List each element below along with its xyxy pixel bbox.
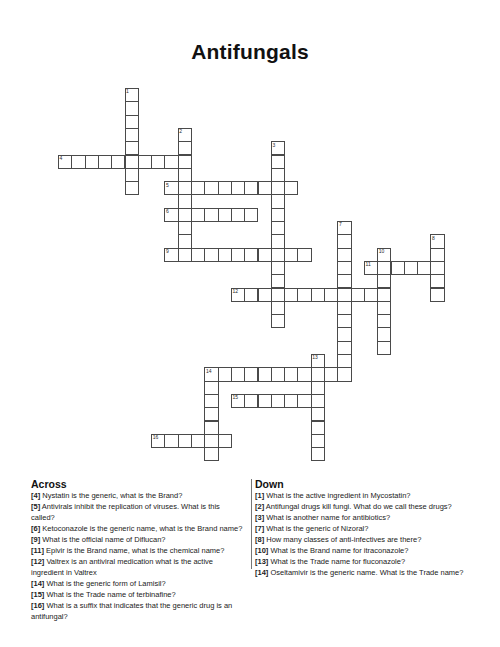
clue-number: [11]: [31, 546, 44, 555]
cell-number: 5: [166, 183, 169, 188]
grid-cell[interactable]: [125, 128, 139, 142]
grid-cell[interactable]: [311, 288, 325, 302]
grid-cell[interactable]: [244, 288, 258, 302]
cell-number: 11: [366, 262, 371, 267]
grid-cell[interactable]: [191, 434, 205, 448]
grid-cell[interactable]: [125, 168, 139, 182]
grid-cell[interactable]: [218, 208, 232, 222]
clue-number: [5]: [31, 502, 40, 511]
grid-cell[interactable]: [271, 301, 285, 315]
grid-cell[interactable]: [191, 181, 205, 195]
grid-cell[interactable]: [311, 381, 325, 395]
grid-cell[interactable]: [337, 314, 351, 328]
grid-cell[interactable]: [430, 248, 444, 262]
clue-number: [12]: [31, 557, 44, 566]
grid-cell[interactable]: [271, 168, 285, 182]
grid-cell[interactable]: [311, 407, 325, 421]
down-header: Down: [255, 478, 467, 490]
grid-cell[interactable]: [377, 314, 391, 328]
grid-cell[interactable]: [377, 274, 391, 288]
grid-cell[interactable]: [151, 155, 165, 169]
grid-cell[interactable]: [284, 394, 298, 408]
clue-item: [11] Epivir is the Brand name, what is t…: [31, 545, 245, 556]
grid-cell[interactable]: [311, 394, 325, 408]
down-clue-list: [1] What is the active ingredient in Myc…: [255, 490, 467, 578]
clue-number: [14]: [255, 568, 268, 577]
grid-cell[interactable]: [218, 434, 232, 448]
grid-cell[interactable]: [364, 288, 378, 302]
page-title: Antifungals: [0, 40, 500, 64]
grid-cell[interactable]: [244, 208, 258, 222]
grid-cell[interactable]: [271, 288, 285, 302]
grid-cell[interactable]: [164, 155, 178, 169]
grid-cell[interactable]: [258, 288, 272, 302]
grid-cell[interactable]: [178, 155, 192, 169]
grid-cell[interactable]: [284, 248, 298, 262]
cell-number: 10: [379, 249, 385, 254]
cell-number: 3: [272, 143, 275, 148]
clue-item: [12] Valtrex is an antiviral medication …: [31, 556, 245, 578]
grid-cell[interactable]: [271, 274, 285, 288]
grid-cell[interactable]: [125, 181, 139, 195]
crossword-grid: 12345678910111213141516: [58, 88, 445, 462]
grid-cell[interactable]: [178, 194, 192, 208]
grid-cell[interactable]: [204, 434, 218, 448]
grid-cell[interactable]: [284, 367, 298, 381]
clue-item: [1] What is the active ingredient in Myc…: [255, 490, 467, 501]
grid-cell[interactable]: [430, 274, 444, 288]
grid-cell[interactable]: [297, 394, 311, 408]
grid-cell[interactable]: [125, 155, 139, 169]
grid-cell[interactable]: [98, 155, 112, 169]
clue-item: [16] What is a suffix that indicates tha…: [31, 600, 245, 622]
grid-cell[interactable]: [337, 301, 351, 315]
grid-cell[interactable]: [71, 155, 85, 169]
grid-cell[interactable]: [391, 261, 405, 275]
grid-cell[interactable]: [377, 288, 391, 302]
grid-cell[interactable]: [178, 141, 192, 155]
grid-cell[interactable]: [430, 288, 444, 302]
grid-cell[interactable]: [404, 261, 418, 275]
cell-number: 8: [432, 236, 435, 241]
grid-cell[interactable]: [178, 181, 192, 195]
grid-cell[interactable]: [164, 434, 178, 448]
clue-number: [16]: [31, 601, 44, 610]
grid-cell[interactable]: [178, 221, 192, 235]
grid-cell[interactable]: [125, 141, 139, 155]
grid-cell[interactable]: [271, 208, 285, 222]
grid-cell[interactable]: [244, 367, 258, 381]
cell-number: 9: [166, 249, 169, 254]
clue-item: [8] How many classes of anti-infectives …: [255, 534, 467, 545]
grid-cell[interactable]: [297, 288, 311, 302]
grid-cell[interactable]: [258, 394, 272, 408]
clue-item: [3] What is another name for antibiotics…: [255, 512, 467, 523]
grid-cell[interactable]: [204, 407, 218, 421]
grid-cell[interactable]: [297, 367, 311, 381]
clue-number: [8]: [255, 535, 264, 544]
grid-cell[interactable]: [244, 181, 258, 195]
grid-cell[interactable]: [138, 155, 152, 169]
clue-number: [15]: [31, 590, 44, 599]
grid-cell[interactable]: [178, 434, 192, 448]
grid-cell[interactable]: [284, 181, 298, 195]
grid-cell[interactable]: [271, 394, 285, 408]
grid-cell[interactable]: [258, 248, 272, 262]
grid-cell[interactable]: [417, 261, 431, 275]
grid-cell[interactable]: [231, 367, 245, 381]
grid-cell[interactable]: [337, 354, 351, 368]
grid-cell[interactable]: [337, 288, 351, 302]
clue-item: [14] Oseltamivir is the generic name. Wh…: [255, 567, 467, 578]
grid-cell[interactable]: [178, 234, 192, 248]
clue-item: [5] Antivirals inhibit the replication o…: [31, 501, 245, 523]
grid-cell[interactable]: [311, 434, 325, 448]
grid-cell[interactable]: [271, 155, 285, 169]
grid-cell[interactable]: [204, 181, 218, 195]
grid-cell[interactable]: [244, 394, 258, 408]
grid-cell[interactable]: [218, 248, 232, 262]
clue-item: [2] Antifungal drugs kill fungi. What do…: [255, 501, 467, 512]
grid-cell[interactable]: [111, 155, 125, 169]
clue-number: [9]: [31, 535, 40, 544]
clue-number: [6]: [31, 524, 40, 533]
clue-item: [10] What is the Brand name for itracona…: [255, 545, 467, 556]
grid-cell[interactable]: [271, 221, 285, 235]
clue-number: [7]: [255, 524, 264, 533]
grid-cell[interactable]: [204, 421, 218, 435]
grid-cell[interactable]: [178, 248, 192, 262]
grid-cell[interactable]: [297, 248, 311, 262]
clue-item: [7] What is the generic of Nizoral?: [255, 523, 467, 534]
cell-number: 7: [339, 222, 342, 227]
cell-number: 15: [233, 395, 239, 400]
grid-cell[interactable]: [231, 208, 245, 222]
grid-cell[interactable]: [337, 327, 351, 341]
grid-cell[interactable]: [191, 208, 205, 222]
clue-item: [15] What is the Trade name of terbinafi…: [31, 589, 245, 600]
across-clues-column: Across [4] Nystatin is the generic, what…: [31, 478, 245, 622]
grid-cell[interactable]: [125, 101, 139, 115]
clue-item: [6] Ketoconazole is the generic name, wh…: [31, 523, 245, 534]
grid-cell[interactable]: [191, 248, 205, 262]
cell-number: 2: [179, 129, 182, 134]
cell-number: 12: [233, 289, 239, 294]
grid-cell[interactable]: [430, 261, 444, 275]
grid-cell[interactable]: [337, 261, 351, 275]
clue-item: [13] What is the Trade name for fluconaz…: [255, 556, 467, 567]
across-header: Across: [31, 478, 245, 490]
cell-number: 14: [206, 369, 212, 374]
grid-cell[interactable]: [271, 314, 285, 328]
grid-cell[interactable]: [284, 288, 298, 302]
grid-cell[interactable]: [178, 168, 192, 182]
clue-item: [9] What is the official name of Difluca…: [31, 534, 245, 545]
grid-cell[interactable]: [271, 248, 285, 262]
clue-number: [10]: [255, 546, 268, 555]
clue-number: [4]: [31, 491, 40, 500]
grid-cell[interactable]: [125, 115, 139, 129]
grid-cell[interactable]: [351, 288, 365, 302]
clue-columns-divider: [251, 479, 252, 569]
grid-cell[interactable]: [85, 155, 99, 169]
grid-cell[interactable]: [337, 234, 351, 248]
grid-cell[interactable]: [311, 421, 325, 435]
clue-number: [1]: [255, 491, 264, 500]
grid-cell[interactable]: [271, 181, 285, 195]
clue-number: [2]: [255, 502, 264, 511]
grid-cell[interactable]: [204, 381, 218, 395]
grid-cell[interactable]: [377, 341, 391, 355]
cell-number: 1: [126, 89, 129, 94]
grid-cell[interactable]: [271, 234, 285, 248]
grid-cell[interactable]: [311, 367, 325, 381]
grid-cell[interactable]: [337, 341, 351, 355]
grid-cell[interactable]: [311, 447, 325, 461]
clue-number: [13]: [255, 557, 268, 566]
grid-cell[interactable]: [218, 181, 232, 195]
grid-cell[interactable]: [377, 327, 391, 341]
grid-cell[interactable]: [231, 181, 245, 195]
grid-cell[interactable]: [258, 181, 272, 195]
grid-cell[interactable]: [337, 274, 351, 288]
cell-number: 16: [153, 435, 159, 440]
clue-number: [3]: [255, 513, 264, 522]
grid-cell[interactable]: [204, 394, 218, 408]
grid-cell[interactable]: [377, 301, 391, 315]
clue-item: [4] Nystatin is the generic, what is the…: [31, 490, 245, 501]
cell-number: 13: [312, 355, 318, 360]
grid-cell[interactable]: [204, 248, 218, 262]
grid-cell[interactable]: [204, 208, 218, 222]
clue-number: [14]: [31, 579, 44, 588]
grid-cell[interactable]: [231, 248, 245, 262]
grid-cell[interactable]: [271, 261, 285, 275]
grid-cell[interactable]: [271, 367, 285, 381]
grid-cell[interactable]: [258, 367, 272, 381]
across-clue-list: [4] Nystatin is the generic, what is the…: [31, 490, 245, 622]
grid-cell[interactable]: [377, 261, 391, 275]
cell-number: 4: [60, 156, 63, 161]
down-clues-column: Down [1] What is the active ingredient i…: [255, 478, 467, 578]
grid-cell[interactable]: [271, 194, 285, 208]
grid-cell[interactable]: [337, 248, 351, 262]
grid-cell[interactable]: [324, 367, 338, 381]
grid-cell[interactable]: [324, 288, 338, 302]
grid-cell[interactable]: [204, 447, 218, 461]
grid-cell[interactable]: [218, 367, 232, 381]
grid-cell[interactable]: [244, 248, 258, 262]
clue-item: [14] What is the generic form of Lamisil…: [31, 578, 245, 589]
grid-cell[interactable]: [337, 367, 351, 381]
grid-cell[interactable]: [178, 208, 192, 222]
cell-number: 6: [166, 209, 169, 214]
